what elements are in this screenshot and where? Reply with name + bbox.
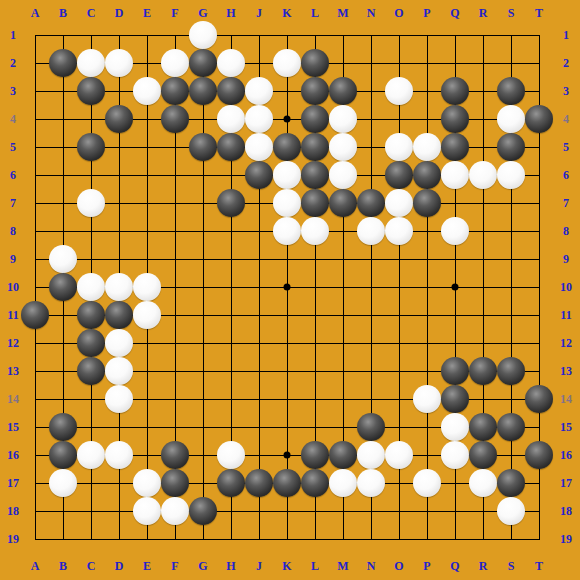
star-point <box>284 284 291 291</box>
black-stone <box>525 105 553 133</box>
row-label-left: 4 <box>10 113 16 125</box>
row-label-left: 18 <box>7 505 19 517</box>
column-label-bottom: A <box>31 560 40 572</box>
column-label-top: D <box>115 7 124 19</box>
white-stone <box>329 133 357 161</box>
grid-line-horizontal <box>35 511 540 512</box>
column-label-top: G <box>198 7 207 19</box>
black-stone <box>217 77 245 105</box>
black-stone <box>301 49 329 77</box>
white-stone <box>189 21 217 49</box>
white-stone <box>217 105 245 133</box>
white-stone <box>385 189 413 217</box>
row-label-right: 12 <box>560 337 572 349</box>
grid-line-vertical <box>203 35 204 540</box>
black-stone <box>49 441 77 469</box>
white-stone <box>273 217 301 245</box>
row-label-left: 2 <box>10 57 16 69</box>
white-stone <box>161 497 189 525</box>
row-label-right: 3 <box>563 85 569 97</box>
column-label-top: L <box>311 7 319 19</box>
black-stone <box>497 469 525 497</box>
grid-line-horizontal <box>35 35 540 36</box>
column-label-bottom: N <box>367 560 376 572</box>
black-stone <box>301 133 329 161</box>
white-stone <box>329 469 357 497</box>
black-stone <box>77 329 105 357</box>
black-stone <box>49 413 77 441</box>
white-stone <box>77 273 105 301</box>
white-stone <box>245 105 273 133</box>
white-stone <box>385 441 413 469</box>
black-stone <box>273 133 301 161</box>
black-stone <box>441 77 469 105</box>
row-label-right: 14 <box>560 393 572 405</box>
column-label-top: E <box>143 7 151 19</box>
black-stone <box>469 357 497 385</box>
row-label-right: 9 <box>563 253 569 265</box>
column-label-bottom: P <box>423 560 430 572</box>
white-stone <box>161 49 189 77</box>
black-stone <box>217 469 245 497</box>
column-label-top: T <box>535 7 543 19</box>
white-stone <box>217 441 245 469</box>
white-stone <box>105 273 133 301</box>
row-label-right: 10 <box>560 281 572 293</box>
black-stone <box>273 469 301 497</box>
white-stone <box>133 273 161 301</box>
row-label-left: 16 <box>7 449 19 461</box>
white-stone <box>357 441 385 469</box>
black-stone <box>441 357 469 385</box>
column-label-top: F <box>171 7 178 19</box>
grid-line-horizontal <box>35 259 540 260</box>
white-stone <box>441 413 469 441</box>
black-stone <box>77 133 105 161</box>
white-stone <box>105 441 133 469</box>
black-stone <box>49 49 77 77</box>
column-label-bottom: G <box>198 560 207 572</box>
white-stone <box>133 497 161 525</box>
black-stone <box>525 441 553 469</box>
row-label-right: 7 <box>563 197 569 209</box>
black-stone <box>77 77 105 105</box>
black-stone <box>301 161 329 189</box>
row-label-left: 12 <box>7 337 19 349</box>
white-stone <box>49 245 77 273</box>
white-stone <box>105 49 133 77</box>
black-stone <box>469 413 497 441</box>
column-label-bottom: R <box>479 560 488 572</box>
white-stone <box>357 217 385 245</box>
black-stone <box>441 105 469 133</box>
row-label-left: 10 <box>7 281 19 293</box>
white-stone <box>245 133 273 161</box>
black-stone <box>497 133 525 161</box>
white-stone <box>441 441 469 469</box>
black-stone <box>497 77 525 105</box>
black-stone <box>525 385 553 413</box>
row-label-left: 5 <box>10 141 16 153</box>
column-label-top: R <box>479 7 488 19</box>
row-label-right: 6 <box>563 169 569 181</box>
column-label-top: P <box>423 7 430 19</box>
column-label-bottom: K <box>282 560 291 572</box>
black-stone <box>105 105 133 133</box>
black-stone <box>189 497 217 525</box>
white-stone <box>105 329 133 357</box>
row-label-right: 2 <box>563 57 569 69</box>
column-label-bottom: O <box>394 560 403 572</box>
white-stone <box>385 217 413 245</box>
white-stone <box>497 161 525 189</box>
white-stone <box>469 161 497 189</box>
black-stone <box>329 441 357 469</box>
white-stone <box>49 469 77 497</box>
row-label-left: 6 <box>10 169 16 181</box>
column-label-bottom: H <box>226 560 235 572</box>
column-label-top: O <box>394 7 403 19</box>
star-point <box>284 116 291 123</box>
black-stone <box>189 77 217 105</box>
column-label-bottom: S <box>508 560 515 572</box>
white-stone <box>273 49 301 77</box>
row-label-left: 14 <box>7 393 19 405</box>
column-label-bottom: L <box>311 560 319 572</box>
black-stone <box>245 469 273 497</box>
black-stone <box>301 77 329 105</box>
white-stone <box>133 301 161 329</box>
black-stone <box>245 161 273 189</box>
white-stone <box>413 133 441 161</box>
white-stone <box>441 161 469 189</box>
row-label-left: 1 <box>10 29 16 41</box>
row-label-right: 19 <box>560 533 572 545</box>
black-stone <box>301 105 329 133</box>
column-label-bottom: Q <box>450 560 459 572</box>
row-label-right: 13 <box>560 365 572 377</box>
black-stone <box>329 189 357 217</box>
black-stone <box>413 161 441 189</box>
black-stone <box>21 301 49 329</box>
black-stone <box>161 105 189 133</box>
white-stone <box>497 105 525 133</box>
black-stone <box>189 133 217 161</box>
grid-line-vertical <box>35 35 36 540</box>
white-stone <box>469 469 497 497</box>
white-stone <box>413 469 441 497</box>
white-stone <box>441 217 469 245</box>
black-stone <box>413 189 441 217</box>
column-label-top: K <box>282 7 291 19</box>
black-stone <box>161 441 189 469</box>
column-label-bottom: B <box>59 560 67 572</box>
column-label-bottom: T <box>535 560 543 572</box>
black-stone <box>161 469 189 497</box>
white-stone <box>273 189 301 217</box>
column-label-top: S <box>508 7 515 19</box>
white-stone <box>385 77 413 105</box>
white-stone <box>497 497 525 525</box>
white-stone <box>413 385 441 413</box>
row-label-right: 11 <box>560 309 571 321</box>
black-stone <box>357 189 385 217</box>
black-stone <box>357 413 385 441</box>
row-label-right: 15 <box>560 421 572 433</box>
black-stone <box>77 301 105 329</box>
row-label-right: 17 <box>560 477 572 489</box>
column-label-bottom: M <box>337 560 348 572</box>
column-label-top: J <box>256 7 262 19</box>
white-stone <box>273 161 301 189</box>
white-stone <box>301 217 329 245</box>
row-label-left: 8 <box>10 225 16 237</box>
row-label-right: 5 <box>563 141 569 153</box>
white-stone <box>245 77 273 105</box>
column-label-top: H <box>226 7 235 19</box>
row-label-left: 7 <box>10 197 16 209</box>
white-stone <box>105 357 133 385</box>
row-label-left: 9 <box>10 253 16 265</box>
white-stone <box>77 441 105 469</box>
row-label-right: 4 <box>563 113 569 125</box>
white-stone <box>217 49 245 77</box>
row-label-left: 19 <box>7 533 19 545</box>
grid-line-vertical <box>427 35 428 540</box>
black-stone <box>301 469 329 497</box>
black-stone <box>441 133 469 161</box>
row-label-right: 8 <box>563 225 569 237</box>
go-board: AABBCCDDEEFFGGHHJJKKLLMMNNOOPPQQRRSSTT11… <box>0 0 580 580</box>
white-stone <box>385 133 413 161</box>
column-label-bottom: D <box>115 560 124 572</box>
row-label-right: 16 <box>560 449 572 461</box>
row-label-left: 13 <box>7 365 19 377</box>
column-label-top: Q <box>450 7 459 19</box>
row-label-left: 3 <box>10 85 16 97</box>
column-label-bottom: J <box>256 560 262 572</box>
column-label-bottom: E <box>143 560 151 572</box>
white-stone <box>77 49 105 77</box>
black-stone <box>497 413 525 441</box>
white-stone <box>357 469 385 497</box>
row-label-left: 15 <box>7 421 19 433</box>
row-label-left: 11 <box>7 309 18 321</box>
white-stone <box>77 189 105 217</box>
column-label-bottom: F <box>171 560 178 572</box>
black-stone <box>469 441 497 469</box>
black-stone <box>441 385 469 413</box>
white-stone <box>133 77 161 105</box>
black-stone <box>189 49 217 77</box>
column-label-top: B <box>59 7 67 19</box>
column-label-top: M <box>337 7 348 19</box>
white-stone <box>329 161 357 189</box>
black-stone <box>217 189 245 217</box>
black-stone <box>49 273 77 301</box>
black-stone <box>217 133 245 161</box>
black-stone <box>105 301 133 329</box>
column-label-top: N <box>367 7 376 19</box>
white-stone <box>133 469 161 497</box>
white-stone <box>329 105 357 133</box>
star-point <box>284 452 291 459</box>
column-label-top: A <box>31 7 40 19</box>
black-stone <box>77 357 105 385</box>
column-label-bottom: C <box>87 560 96 572</box>
black-stone <box>497 357 525 385</box>
row-label-right: 1 <box>563 29 569 41</box>
black-stone <box>161 77 189 105</box>
black-stone <box>301 189 329 217</box>
black-stone <box>385 161 413 189</box>
black-stone <box>329 77 357 105</box>
row-label-right: 18 <box>560 505 572 517</box>
black-stone <box>301 441 329 469</box>
grid-line-horizontal <box>35 539 540 540</box>
row-label-left: 17 <box>7 477 19 489</box>
column-label-top: C <box>87 7 96 19</box>
white-stone <box>105 385 133 413</box>
star-point <box>452 284 459 291</box>
